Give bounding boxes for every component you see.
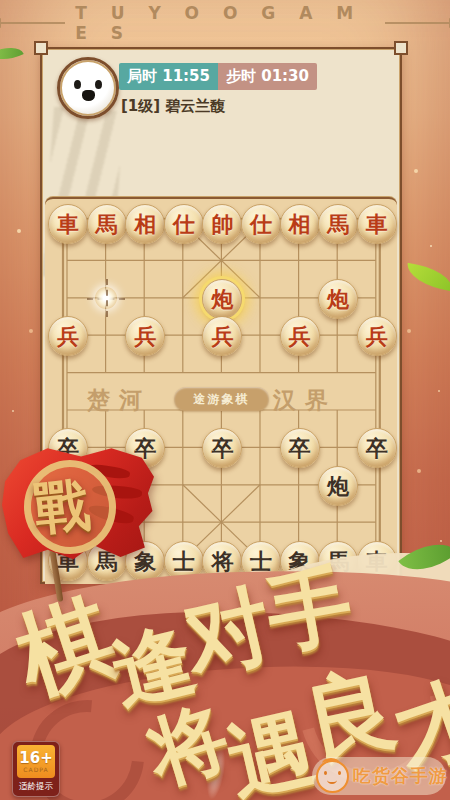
- piece-red-r0c3[interactable]: 仕: [164, 204, 204, 244]
- watermark: 吃货谷手游: [312, 757, 446, 795]
- brand-header: T U Y O O G A M E S: [0, 8, 450, 38]
- piece-black-r9c8[interactable]: 車: [357, 541, 397, 581]
- piece-red-r0c8[interactable]: 車: [357, 204, 397, 244]
- piece-red-r0c1[interactable]: 馬: [87, 204, 127, 244]
- age-rating-square: 16+ CADPA: [17, 745, 55, 778]
- piece-black-r7c7[interactable]: 炮: [318, 466, 358, 506]
- river-label-left: 楚河: [87, 385, 151, 416]
- leaf-decoration: [0, 40, 24, 66]
- app-badge: 途游象棋: [174, 387, 269, 411]
- game-screen: T U Y O O G A M E S 局时 11:55 步时 01:30 [1…: [0, 0, 450, 800]
- move-time: 步时 01:30: [218, 63, 317, 90]
- avatar-eye: [74, 80, 81, 89]
- piece-black-r6c8[interactable]: 卒: [357, 428, 397, 468]
- piece-red-r3c8[interactable]: 兵: [357, 316, 397, 356]
- brand-title: T U Y O O G A M E S: [75, 3, 375, 43]
- river-label-right: 汉界: [273, 385, 337, 416]
- total-time: 局时 11:55: [119, 63, 218, 90]
- piece-red-r0c7[interactable]: 馬: [318, 204, 358, 244]
- sparkle-dots: [0, 0, 2, 2]
- player-name: [1级] 碧云兰馥: [121, 97, 225, 116]
- watermark-text: 吃货谷手游: [353, 764, 448, 788]
- leaf-decoration: [398, 529, 450, 585]
- piece-red-r0c0[interactable]: 車: [48, 204, 88, 244]
- player-avatar[interactable]: [57, 57, 119, 119]
- piece-black-r6c6[interactable]: 卒: [280, 428, 320, 468]
- avatar-eye: [95, 80, 102, 89]
- left-arrow-icon: [0, 22, 65, 24]
- avatar-nose: [82, 90, 95, 101]
- piece-red-r0c2[interactable]: 相: [125, 204, 165, 244]
- watermark-face-icon: [316, 760, 349, 793]
- piece-red-r2c7[interactable]: 炮: [318, 279, 358, 319]
- piece-red-r3c6[interactable]: 兵: [280, 316, 320, 356]
- corner-ornament: [394, 41, 408, 55]
- leaf-decoration: [405, 263, 450, 291]
- piece-red-r2c4[interactable]: 炮: [202, 279, 242, 319]
- right-arrow-icon: [385, 22, 450, 24]
- piece-red-r3c0[interactable]: 兵: [48, 316, 88, 356]
- piece-red-r0c6[interactable]: 相: [280, 204, 320, 244]
- corner-ornament: [34, 41, 48, 55]
- piece-red-r0c5[interactable]: 仕: [241, 204, 281, 244]
- clock-bar: 局时 11:55 步时 01:30: [119, 63, 317, 90]
- flag-battle-glyph: 戰: [30, 467, 94, 548]
- age-rating-badge: 16+ CADPA 适龄提示: [12, 741, 60, 797]
